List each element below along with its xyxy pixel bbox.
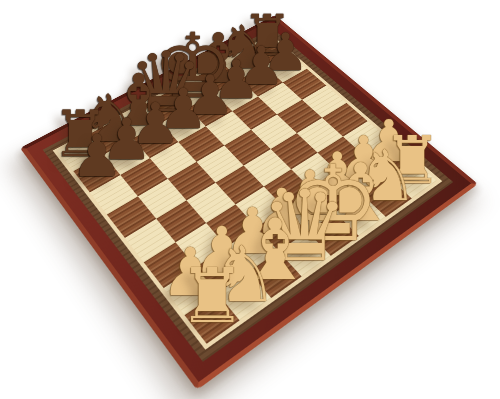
chess-set-photo: ♜♞♝♛♚♝♞♜♟♟♟♟♟♟♟♟♟♟♟♟♟♟♟♟♜♞♝♛♚♝♞♜	[0, 0, 500, 399]
pieces-layer: ♜♞♝♛♚♝♞♜♟♟♟♟♟♟♟♟♟♟♟♟♟♟♟♟♜♞♝♛♚♝♞♜	[0, 0, 500, 399]
black-pawn-a7[interactable]: ♟	[71, 128, 123, 186]
white-rook-a1[interactable]: ♜	[178, 259, 246, 335]
